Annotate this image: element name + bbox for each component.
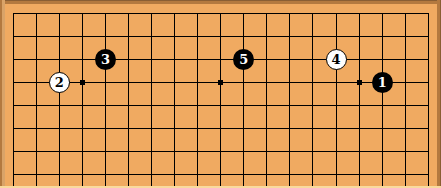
grid-hline [13,128,429,129]
grid-vline [174,13,175,186]
grid-hline [13,59,429,60]
grid-vline [382,13,383,186]
grid-vline [82,13,83,186]
stone-white-4: 4 [326,49,347,70]
board-frame-top [0,0,441,4]
grid-vline [289,13,290,186]
board-frame-bottom [0,186,441,188]
grid-vline [336,13,337,186]
grid-vline [36,13,37,186]
stone-number: 4 [332,53,341,66]
grid-vline [151,13,152,186]
stone-white-2: 2 [49,72,70,93]
grid-vline [243,13,244,186]
star-point [80,80,85,85]
grid-vline [128,13,129,186]
stone-number: 2 [55,76,64,89]
grid-hline [13,36,429,37]
grid-hline [13,105,429,106]
star-point [357,80,362,85]
grid-vline [59,13,60,186]
grid-vline [428,13,429,186]
grid-hline [13,151,429,152]
board-frame-right [437,0,441,188]
star-point [218,80,223,85]
grid-vline [266,13,267,186]
stone-black-5: 5 [233,49,254,70]
grid-vline [197,13,198,186]
stone-number: 5 [239,53,248,66]
grid-vline [312,13,313,186]
board-frame-left [0,0,5,188]
grid-hline [13,13,429,14]
go-diagram: 12345 [0,0,441,188]
grid-vline [220,13,221,186]
stone-number: 3 [101,53,110,66]
stone-black-3: 3 [95,49,116,70]
go-board: 12345 [0,0,441,188]
grid-vline [13,13,14,186]
grid-hline [13,174,429,175]
grid-vline [359,13,360,186]
stone-number: 1 [378,76,387,89]
grid-vline [105,13,106,186]
grid-vline [405,13,406,186]
stone-black-1: 1 [372,72,393,93]
